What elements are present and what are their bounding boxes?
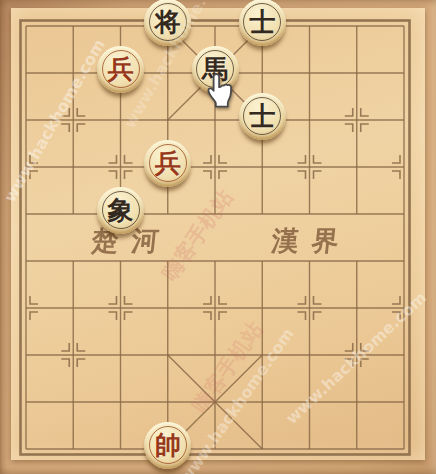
piece-red-soldier-2[interactable]: 兵 [144,140,191,187]
piece-black-general[interactable]: 将 [144,0,191,46]
piece-label: 象 [108,197,134,223]
piece-red-general[interactable]: 帥 [144,422,191,469]
piece-black-horse[interactable]: 馬 [192,46,239,93]
piece-label: 兵 [155,150,181,176]
piece-label: 帥 [155,432,181,458]
piece-black-elephant[interactable]: 象 [97,187,144,234]
piece-label: 士 [249,103,275,129]
piece-label: 馬 [202,56,228,82]
piece-black-advisor-1[interactable]: 士 [239,0,286,46]
piece-label: 士 [249,9,275,35]
piece-label: 将 [155,9,181,35]
piece-red-soldier-1[interactable]: 兵 [97,46,144,93]
piece-black-advisor-2[interactable]: 士 [239,93,286,140]
piece-label: 兵 [108,56,134,82]
xiangqi-app: 楚河 漢界 将士兵馬士兵象帥 www.hackhome.comwww.hackh… [0,0,436,474]
river-label-han-jie: 漢界 [270,223,353,253]
